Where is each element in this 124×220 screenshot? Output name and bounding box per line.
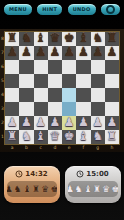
tray-piece-b: ♝ xyxy=(84,182,92,197)
white-king-piece: ♚ xyxy=(62,129,76,143)
white-bishop-piece: ♝ xyxy=(76,129,90,143)
white-pawn-piece: ♟ xyxy=(62,115,76,129)
square-e8[interactable]: ♚ xyxy=(62,32,76,46)
black-time: 14:32 xyxy=(25,170,47,178)
square-d2[interactable]: ♟ xyxy=(48,116,62,130)
square-c4[interactable] xyxy=(34,88,48,102)
square-f2[interactable]: ♟ xyxy=(76,116,90,130)
square-f4[interactable] xyxy=(76,88,90,102)
clock-icon xyxy=(15,170,23,178)
square-e6[interactable] xyxy=(62,60,76,74)
square-d8[interactable]: ♛ xyxy=(48,32,62,46)
black-pawn-piece: ♟ xyxy=(105,45,119,59)
black-rook-piece: ♜ xyxy=(5,31,19,45)
chess-app: MENU HINT UNDO 87654321 ♜♞♝♛♚♝♞♜♟♟♟♟♟♟♟♟… xyxy=(0,0,124,220)
square-b5[interactable] xyxy=(19,74,33,88)
white-pawn-piece: ♟ xyxy=(19,115,33,129)
white-pawn-piece: ♟ xyxy=(48,115,62,129)
black-rook-piece: ♜ xyxy=(105,31,119,45)
square-a8[interactable]: ♜ xyxy=(5,32,19,46)
square-e7[interactable]: ♟ xyxy=(62,46,76,60)
white-piece-tray: ♟♞♝♜♛♚ xyxy=(68,181,118,197)
square-c2[interactable]: ♟ xyxy=(34,116,48,130)
black-pawn-piece: ♟ xyxy=(34,45,48,59)
file-label: a xyxy=(5,145,19,151)
square-f6[interactable] xyxy=(76,60,90,74)
file-label: b xyxy=(19,145,33,151)
white-knight-piece: ♞ xyxy=(91,129,105,143)
black-pawn-piece: ♟ xyxy=(91,45,105,59)
square-g7[interactable]: ♟ xyxy=(91,46,105,60)
white-clock: 15:00 xyxy=(65,166,121,181)
square-e4[interactable] xyxy=(62,88,76,102)
square-c7[interactable]: ♟ xyxy=(34,46,48,60)
square-h3[interactable] xyxy=(105,102,119,116)
white-rook-piece: ♜ xyxy=(105,129,119,143)
square-g4[interactable] xyxy=(91,88,105,102)
black-pawn-piece: ♟ xyxy=(62,45,76,59)
square-c1[interactable]: ♝ xyxy=(34,130,48,144)
tray-piece-n: ♞ xyxy=(14,182,22,197)
undo-button[interactable]: UNDO xyxy=(68,4,96,15)
square-g1[interactable]: ♞ xyxy=(91,130,105,144)
square-d3[interactable] xyxy=(48,102,62,116)
file-labels: abcdefgh xyxy=(5,145,119,151)
square-c3[interactable] xyxy=(34,102,48,116)
black-clock: 14:32 xyxy=(4,166,60,181)
square-g2[interactable]: ♟ xyxy=(91,116,105,130)
black-king-piece: ♚ xyxy=(62,31,76,45)
square-e2[interactable]: ♟ xyxy=(62,116,76,130)
white-pawn-piece: ♟ xyxy=(34,115,48,129)
square-g6[interactable] xyxy=(91,60,105,74)
board-frame: 87654321 ♜♞♝♛♚♝♞♜♟♟♟♟♟♟♟♟♟♟♟♟♟♟♟♟♜♞♝♛♚♝♞… xyxy=(0,29,124,152)
white-time: 15:00 xyxy=(86,170,108,178)
square-a3[interactable] xyxy=(5,102,19,116)
hint-button[interactable]: HINT xyxy=(37,4,62,15)
black-queen-piece: ♛ xyxy=(48,31,62,45)
menu-button[interactable]: MENU xyxy=(4,4,32,15)
file-label: d xyxy=(48,145,62,151)
gear-icon xyxy=(106,5,115,14)
white-pawn-piece: ♟ xyxy=(5,115,19,129)
square-f3[interactable] xyxy=(76,102,90,116)
square-a7[interactable]: ♟ xyxy=(5,46,19,60)
square-g5[interactable] xyxy=(91,74,105,88)
square-b3[interactable] xyxy=(19,102,33,116)
square-e5[interactable] xyxy=(62,74,76,88)
tray-piece-p: ♟ xyxy=(68,182,74,197)
tray-piece-k: ♚ xyxy=(50,182,56,197)
square-d1[interactable]: ♛ xyxy=(48,130,62,144)
square-f7[interactable]: ♟ xyxy=(76,46,90,60)
black-knight-piece: ♞ xyxy=(19,31,33,45)
square-h5[interactable] xyxy=(105,74,119,88)
settings-button[interactable] xyxy=(101,4,120,15)
square-a6[interactable] xyxy=(5,60,19,74)
square-h8[interactable]: ♜ xyxy=(105,32,119,46)
square-c8[interactable]: ♝ xyxy=(34,32,48,46)
tray-piece-q: ♛ xyxy=(41,182,49,197)
square-b2[interactable]: ♟ xyxy=(19,116,33,130)
square-c5[interactable] xyxy=(34,74,48,88)
square-d6[interactable] xyxy=(48,60,62,74)
tray-piece-q: ♛ xyxy=(102,182,110,197)
square-b6[interactable] xyxy=(19,60,33,74)
square-f8[interactable]: ♝ xyxy=(76,32,90,46)
player-clocks: 14:32 ♟♞♝♜♛♚ 15:00 ♟♞♝♜♛♚ xyxy=(0,166,124,203)
black-knight-piece: ♞ xyxy=(91,31,105,45)
tray-piece-k: ♚ xyxy=(111,182,117,197)
tray-piece-b: ♝ xyxy=(23,182,31,197)
square-b1[interactable]: ♞ xyxy=(19,130,33,144)
square-d7[interactable]: ♟ xyxy=(48,46,62,60)
black-bishop-piece: ♝ xyxy=(34,31,48,45)
tray-piece-r: ♜ xyxy=(32,182,40,197)
tray-piece-n: ♞ xyxy=(75,182,83,197)
square-a5[interactable] xyxy=(5,74,19,88)
square-e1[interactable]: ♚ xyxy=(62,130,76,144)
tray-piece-p: ♟ xyxy=(7,182,13,197)
square-b4[interactable] xyxy=(19,88,33,102)
square-g3[interactable] xyxy=(91,102,105,116)
square-h1[interactable]: ♜ xyxy=(105,130,119,144)
black-player-panel: 14:32 ♟♞♝♜♛♚ xyxy=(4,166,60,203)
square-g8[interactable]: ♞ xyxy=(91,32,105,46)
white-pawn-piece: ♟ xyxy=(91,115,105,129)
toolbar: MENU HINT UNDO xyxy=(0,0,124,16)
white-knight-piece: ♞ xyxy=(19,129,33,143)
square-a4[interactable] xyxy=(5,88,19,102)
square-d5[interactable] xyxy=(48,74,62,88)
white-rook-piece: ♜ xyxy=(5,129,19,143)
white-bishop-piece: ♝ xyxy=(34,129,48,143)
square-a2[interactable]: ♟ xyxy=(5,116,19,130)
clock-icon xyxy=(76,170,84,178)
white-pawn-piece: ♟ xyxy=(76,115,90,129)
file-label: h xyxy=(105,145,119,151)
black-pawn-piece: ♟ xyxy=(76,45,90,59)
black-pawn-piece: ♟ xyxy=(48,45,62,59)
square-b7[interactable]: ♟ xyxy=(19,46,33,60)
tray-piece-r: ♜ xyxy=(93,182,101,197)
file-label: e xyxy=(62,145,76,151)
square-c6[interactable] xyxy=(34,60,48,74)
file-label: f xyxy=(76,145,90,151)
white-player-panel: 15:00 ♟♞♝♜♛♚ xyxy=(65,166,121,203)
file-label: c xyxy=(34,145,48,151)
square-b8[interactable]: ♞ xyxy=(19,32,33,46)
chess-board: ♜♞♝♛♚♝♞♜♟♟♟♟♟♟♟♟♟♟♟♟♟♟♟♟♜♞♝♛♚♝♞♜ xyxy=(4,31,120,145)
square-f1[interactable]: ♝ xyxy=(76,130,90,144)
white-pawn-piece: ♟ xyxy=(105,115,119,129)
square-h6[interactable] xyxy=(105,60,119,74)
square-f5[interactable] xyxy=(76,74,90,88)
black-pawn-piece: ♟ xyxy=(5,45,19,59)
square-d4[interactable] xyxy=(48,88,62,102)
square-e3[interactable] xyxy=(62,102,76,116)
black-bishop-piece: ♝ xyxy=(76,31,90,45)
black-piece-tray: ♟♞♝♜♛♚ xyxy=(7,181,57,197)
square-a1[interactable]: ♜ xyxy=(5,130,19,144)
black-pawn-piece: ♟ xyxy=(19,45,33,59)
square-h2[interactable]: ♟ xyxy=(105,116,119,130)
white-queen-piece: ♛ xyxy=(48,129,62,143)
square-h7[interactable]: ♟ xyxy=(105,46,119,60)
square-h4[interactable] xyxy=(105,88,119,102)
file-label: g xyxy=(91,145,105,151)
